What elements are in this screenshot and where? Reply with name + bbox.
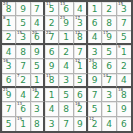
cell-r9c6[interactable]: 9 (74, 117, 88, 131)
cell-r6c9[interactable]: 4 (117, 74, 131, 88)
cell-r6c8[interactable]: 147 (102, 74, 116, 88)
cell-digit: 1 (6, 18, 12, 28)
cell-r7c5[interactable]: 5 (59, 88, 73, 102)
cage-sum-label: 19 (17, 117, 22, 121)
cell-r2c4[interactable]: 2 (45, 16, 59, 30)
cell-digit: 4 (92, 32, 98, 42)
cage-sum-label: 13 (17, 102, 22, 106)
cage-sum-label: 12 (89, 117, 94, 121)
cell-r2c3[interactable]: 4 (31, 16, 45, 30)
cage-sum-label: 11 (46, 2, 51, 6)
cell-digit: 5 (6, 119, 12, 129)
cell-r6c3[interactable]: 1 (31, 74, 45, 88)
cell-digit: 8 (63, 104, 69, 114)
cage-sum-label: 17 (103, 31, 108, 35)
cell-digit: 4 (34, 18, 40, 28)
cell-digit: 4 (63, 61, 69, 71)
cell-r1c4[interactable]: 115 (45, 2, 59, 16)
cell-r8c4[interactable]: 4 (45, 102, 59, 116)
cell-r8c3[interactable]: 3 (31, 102, 45, 116)
cell-r4c7[interactable]: 3 (88, 45, 102, 59)
cell-digit: 5 (121, 32, 127, 42)
cell-r2c9[interactable]: 7 (117, 16, 131, 30)
cell-r3c6[interactable]: 128 (74, 31, 88, 45)
cell-digit: 7 (63, 119, 69, 129)
cell-digit: 4 (106, 119, 112, 129)
cell-r3c4[interactable]: 227 (45, 31, 59, 45)
cell-digit: 2 (49, 18, 55, 28)
cell-r7c4[interactable]: 1 (45, 88, 59, 102)
cell-digit: 1 (92, 4, 98, 14)
cell-digit: 2 (20, 75, 26, 85)
cell-r8c8[interactable]: 1 (102, 102, 116, 116)
cell-r6c6[interactable]: 5 (74, 74, 88, 88)
cell-digit: 8 (20, 47, 26, 57)
cell-digit: 6 (92, 18, 98, 28)
cell-r5c8[interactable]: 6 (102, 59, 116, 73)
cell-r9c3[interactable]: 8 (31, 117, 45, 131)
cell-digit: 3 (34, 104, 40, 114)
cell-r5c6[interactable]: 121 (74, 59, 88, 73)
cell-r4c1[interactable]: 4 (2, 45, 16, 59)
cell-r2c8[interactable]: 8 (102, 16, 116, 30)
cell-r2c5[interactable]: 239 (59, 16, 73, 30)
cell-digit: 7 (6, 104, 12, 114)
cell-r3c1[interactable]: 2 (2, 31, 16, 45)
cell-r7c3[interactable]: 162 (31, 88, 45, 102)
cell-r1c1[interactable]: 248 (2, 2, 16, 16)
cell-digit: 7 (92, 90, 98, 100)
cage-sum-label: 9 (118, 45, 121, 49)
cell-r2c1[interactable]: 81 (2, 16, 16, 30)
cell-r1c9[interactable]: 153 (117, 2, 131, 16)
cell-digit: 7 (20, 61, 26, 71)
cage-sum-label: 15 (118, 2, 123, 6)
cell-digit: 6 (6, 75, 12, 85)
cage-sum-label: 18 (118, 88, 123, 92)
cell-digit: 2 (63, 47, 69, 57)
cell-digit: 5 (20, 18, 26, 28)
cage-sum-label: 15 (17, 31, 22, 35)
cell-r8c5[interactable]: 8 (59, 102, 73, 116)
cell-digit: 6 (106, 61, 112, 71)
cell-digit: 9 (49, 61, 55, 71)
cell-r9c8[interactable]: 4 (102, 117, 116, 131)
cell-r7c1[interactable]: 219 (2, 88, 16, 102)
cell-digit: 4 (6, 47, 12, 57)
killer-sudoku-board: 2489711513641215381542239173687215320622… (0, 0, 133, 133)
cage-sum-label: 16 (75, 102, 80, 106)
cell-digit: 5 (77, 75, 83, 85)
cage-sum-label: 21 (3, 88, 8, 92)
cage-sum-label: 16 (32, 88, 37, 92)
cell-r3c9[interactable]: 5 (117, 31, 131, 45)
cell-r2c6[interactable]: 173 (74, 16, 88, 30)
cage-sum-label: 17 (75, 16, 80, 20)
cell-r6c7[interactable]: 9 (88, 74, 102, 88)
cell-r5c7[interactable]: 248 (88, 59, 102, 73)
cell-r4c5[interactable]: 2 (59, 45, 73, 59)
cell-r9c5[interactable]: 7 (59, 117, 73, 131)
cell-r6c4[interactable]: 118 (45, 74, 59, 88)
cell-digit: 3 (92, 47, 98, 57)
cell-digit: 2 (6, 32, 12, 42)
cell-r9c2[interactable]: 191 (16, 117, 30, 131)
cage-sum-label: 14 (103, 74, 108, 78)
cell-r4c2[interactable]: 8 (16, 45, 30, 59)
cage-sum-label: 20 (32, 31, 37, 35)
cell-digit: 5 (92, 104, 98, 114)
cell-r9c9[interactable]: 6 (117, 117, 131, 131)
cell-r5c3[interactable]: 5 (31, 59, 45, 73)
cage-sum-label: 16 (3, 59, 8, 63)
cage-sum-label: 11 (46, 74, 51, 78)
cell-r2c7[interactable]: 6 (88, 16, 102, 30)
cell-digit: 3 (49, 119, 55, 129)
cage-sum-label: 24 (89, 59, 94, 63)
cell-digit: 1 (34, 75, 40, 85)
cell-digit: 7 (34, 4, 40, 14)
cell-digit: 5 (34, 61, 40, 71)
cell-digit: 8 (34, 119, 40, 129)
cell-r3c2[interactable]: 153 (16, 31, 30, 45)
cell-digit: 1 (49, 90, 55, 100)
cell-digit: 3 (106, 90, 112, 100)
cell-digit: 4 (49, 104, 55, 114)
cage-sum-label: 24 (3, 2, 8, 6)
cell-r7c2[interactable]: 4 (16, 88, 30, 102)
cell-r9c1[interactable]: 5 (2, 117, 16, 131)
cell-r6c5[interactable]: 3 (59, 74, 73, 88)
cell-digit: 1 (106, 104, 112, 114)
cell-digit: 9 (77, 119, 83, 129)
cell-r3c3[interactable]: 206 (31, 31, 45, 45)
cell-digit: 1 (121, 47, 127, 57)
cell-r7c8[interactable]: 3 (102, 88, 116, 102)
cell-digit: 6 (121, 119, 127, 129)
cell-digit: 9 (34, 47, 40, 57)
cell-r9c7[interactable]: 122 (88, 117, 102, 131)
cage-sum-label: 23 (60, 16, 65, 20)
cell-digit: 7 (121, 18, 127, 28)
cell-r1c8[interactable]: 2 (102, 2, 116, 16)
cell-digit: 4 (20, 90, 26, 100)
cell-r3c7[interactable]: 4 (88, 31, 102, 45)
cell-r4c9[interactable]: 91 (117, 45, 131, 59)
cell-r1c5[interactable]: 136 (59, 2, 73, 16)
cell-digit: 3 (63, 75, 69, 85)
cell-r6c1[interactable]: 6 (2, 74, 16, 88)
cell-digit: 8 (106, 18, 112, 28)
cell-digit: 1 (63, 32, 69, 42)
cage-sum-label: 12 (75, 31, 80, 35)
cell-digit: 2 (106, 4, 112, 14)
cell-digit: 9 (92, 75, 98, 85)
cell-r6c2[interactable]: 72 (16, 74, 30, 88)
cell-r8c9[interactable]: 9 (117, 102, 131, 116)
cell-r4c3[interactable]: 9 (31, 45, 45, 59)
cell-r7c6[interactable]: 6 (74, 88, 88, 102)
cell-digit: 9 (20, 4, 26, 14)
cell-digit: 6 (77, 90, 83, 100)
cage-sum-label: 7 (17, 74, 20, 78)
cell-r4c4[interactable]: 6 (45, 45, 59, 59)
cell-r7c7[interactable]: 7 (88, 88, 102, 102)
cell-r7c9[interactable]: 188 (117, 88, 131, 102)
cell-r5c4[interactable]: 9 (45, 59, 59, 73)
cell-digit: 2 (121, 61, 127, 71)
cell-r8c2[interactable]: 136 (16, 102, 30, 116)
cell-digit: 5 (106, 47, 112, 57)
cell-digit: 4 (121, 75, 127, 85)
cell-r4c6[interactable]: 7 (74, 45, 88, 59)
cell-r8c6[interactable]: 162 (74, 102, 88, 116)
cell-r5c2[interactable]: 7 (16, 59, 30, 73)
cage-sum-label: 8 (3, 16, 6, 20)
cell-digit: 4 (77, 4, 83, 14)
cell-r5c9[interactable]: 2 (117, 59, 131, 73)
cell-r5c1[interactable]: 163 (2, 59, 16, 73)
cage-sum-label: 22 (46, 31, 51, 35)
cell-r2c2[interactable]: 5 (16, 16, 30, 30)
cage-sum-label: 13 (60, 2, 65, 6)
cell-digit: 7 (77, 47, 83, 57)
cell-r1c6[interactable]: 4 (74, 2, 88, 16)
cell-r3c5[interactable]: 1 (59, 31, 73, 45)
cell-digit: 5 (63, 90, 69, 100)
cell-r1c2[interactable]: 9 (16, 2, 30, 16)
cell-r8c7[interactable]: 5 (88, 102, 102, 116)
cell-r8c1[interactable]: 7 (2, 102, 16, 116)
cell-r4c8[interactable]: 5 (102, 45, 116, 59)
cell-digit: 6 (49, 47, 55, 57)
cell-r1c3[interactable]: 7 (31, 2, 45, 16)
cell-r3c8[interactable]: 179 (102, 31, 116, 45)
cell-r5c5[interactable]: 4 (59, 59, 73, 73)
cell-r9c4[interactable]: 3 (45, 117, 59, 131)
cell-r1c7[interactable]: 1 (88, 2, 102, 16)
cage-sum-label: 12 (75, 59, 80, 63)
cell-digit: 9 (121, 104, 127, 114)
